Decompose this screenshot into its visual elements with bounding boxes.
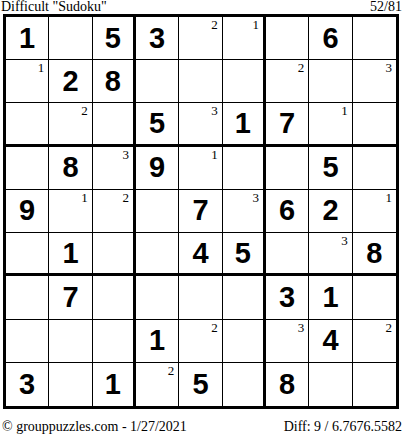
cell-r4c8[interactable]: 5: [309, 147, 352, 190]
given-digit: 5: [149, 109, 165, 138]
pencil-mark: 1: [252, 18, 259, 31]
pencil-mark: 1: [341, 104, 348, 117]
cell-r5c2[interactable]: 1: [49, 190, 92, 233]
sudoku-board: 1532161282325317183915912736211453873112…: [3, 14, 399, 409]
cell-r2c5[interactable]: [179, 60, 222, 103]
cell-r1c1[interactable]: 1: [6, 17, 49, 60]
cell-r1c7[interactable]: [266, 17, 309, 60]
cell-r6c7[interactable]: [266, 233, 309, 276]
cell-r3c9[interactable]: [353, 103, 396, 146]
given-digit: 1: [149, 326, 165, 355]
given-digit: 5: [105, 24, 121, 53]
cell-r1c6[interactable]: 1: [223, 17, 266, 60]
cell-r3c1[interactable]: [6, 103, 49, 146]
puzzle-title: Difficult "Sudoku": [1, 0, 107, 13]
cell-r5c3[interactable]: 2: [93, 190, 136, 233]
given-digit: 2: [322, 196, 338, 225]
cell-r2c8[interactable]: [309, 60, 352, 103]
cell-r8c1[interactable]: [6, 320, 49, 363]
copyright-text: © grouppuzzles.com - 1/27/2021: [2, 419, 187, 434]
cell-r6c5[interactable]: 4: [179, 233, 222, 276]
cell-r1c5[interactable]: 2: [179, 17, 222, 60]
cell-r7c6[interactable]: [223, 276, 266, 319]
given-digit: 5: [235, 239, 251, 268]
pencil-mark: 3: [385, 61, 392, 74]
cell-r7c1[interactable]: [6, 276, 49, 319]
cell-r9c3[interactable]: 1: [93, 363, 136, 406]
pencil-mark: 1: [385, 191, 392, 204]
cell-r6c3[interactable]: [93, 233, 136, 276]
given-digit: 1: [322, 283, 338, 312]
cell-r9c4[interactable]: 2: [136, 363, 179, 406]
given-digit: 6: [322, 24, 338, 53]
cell-r6c9[interactable]: 8: [353, 233, 396, 276]
cell-r5c1[interactable]: 9: [6, 190, 49, 233]
sudoku-page: Difficult "Sudoku" 52/81 153216128232531…: [0, 0, 403, 437]
pencil-mark: 1: [38, 61, 45, 74]
cell-r1c8[interactable]: 6: [309, 17, 352, 60]
given-digit: 1: [235, 109, 251, 138]
cell-r7c3[interactable]: [93, 276, 136, 319]
cell-r2c3[interactable]: 8: [93, 60, 136, 103]
given-digit: 7: [62, 283, 78, 312]
given-digit: 1: [62, 239, 78, 268]
cell-r8c4[interactable]: 1: [136, 320, 179, 363]
given-digit: 8: [279, 370, 295, 399]
given-digit: 1: [19, 24, 35, 53]
cell-r1c3[interactable]: 5: [93, 17, 136, 60]
given-digit: 3: [279, 283, 295, 312]
given-digit: 9: [19, 196, 35, 225]
cell-r7c9[interactable]: [353, 276, 396, 319]
cell-r1c4[interactable]: 3: [136, 17, 179, 60]
cell-r2c6[interactable]: [223, 60, 266, 103]
cell-r3c2[interactable]: 2: [49, 103, 92, 146]
cell-r7c7[interactable]: 3: [266, 276, 309, 319]
cell-r7c4[interactable]: [136, 276, 179, 319]
cell-r6c2[interactable]: 1: [49, 233, 92, 276]
given-digit: 8: [62, 153, 78, 182]
given-digit: 5: [322, 153, 338, 182]
difficulty-text: Diff: 9 / 6.7676.5582: [284, 419, 402, 434]
cell-r9c9[interactable]: [353, 363, 396, 406]
pencil-mark: 2: [211, 321, 218, 334]
given-digit: 9: [149, 153, 165, 182]
given-digit: 8: [105, 67, 121, 96]
pencil-mark: 3: [341, 234, 348, 247]
pencil-mark: 2: [81, 104, 88, 117]
footer: © grouppuzzles.com - 1/27/2021 Diff: 9 /…: [0, 419, 403, 434]
cell-r6c1[interactable]: [6, 233, 49, 276]
cell-r9c1[interactable]: 3: [6, 363, 49, 406]
cell-r4c5[interactable]: 1: [179, 147, 222, 190]
cell-r8c2[interactable]: [49, 320, 92, 363]
cell-r8c9[interactable]: 2: [353, 320, 396, 363]
cell-r8c5[interactable]: 2: [179, 320, 222, 363]
cell-r4c4[interactable]: 9: [136, 147, 179, 190]
pencil-mark: 2: [211, 18, 218, 31]
cell-r2c2[interactable]: 2: [49, 60, 92, 103]
pencil-mark: 3: [211, 104, 218, 117]
cell-r8c3[interactable]: [93, 320, 136, 363]
cell-r5c8[interactable]: 2: [309, 190, 352, 233]
given-digit: 6: [279, 196, 295, 225]
cell-r3c3[interactable]: [93, 103, 136, 146]
cell-r7c2[interactable]: 7: [49, 276, 92, 319]
cell-r6c4[interactable]: [136, 233, 179, 276]
cell-r3c4[interactable]: 5: [136, 103, 179, 146]
cell-r3c6[interactable]: 1: [223, 103, 266, 146]
cell-r6c8[interactable]: 3: [309, 233, 352, 276]
cell-r4c7[interactable]: [266, 147, 309, 190]
cell-r5c6[interactable]: 3: [223, 190, 266, 233]
cell-r9c8[interactable]: [309, 363, 352, 406]
given-digit: 7: [279, 109, 295, 138]
given-digit: 1: [105, 370, 121, 399]
cell-r9c6[interactable]: [223, 363, 266, 406]
pencil-mark: 3: [298, 321, 305, 334]
given-digit: 7: [192, 196, 208, 225]
cell-r8c6[interactable]: [223, 320, 266, 363]
cell-r9c5[interactable]: 5: [179, 363, 222, 406]
progress-counter: 52/81: [370, 0, 402, 13]
cell-r5c4[interactable]: [136, 190, 179, 233]
cell-r3c5[interactable]: 3: [179, 103, 222, 146]
cell-r8c7[interactable]: 3: [266, 320, 309, 363]
given-digit: 2: [62, 67, 78, 96]
cell-r1c9[interactable]: [353, 17, 396, 60]
cell-r9c7[interactable]: 8: [266, 363, 309, 406]
pencil-mark: 2: [385, 321, 392, 334]
pencil-mark: 3: [252, 191, 259, 204]
cell-r3c7[interactable]: 7: [266, 103, 309, 146]
pencil-mark: 2: [168, 364, 175, 377]
pencil-mark: 1: [81, 191, 88, 204]
cell-r2c9[interactable]: 3: [353, 60, 396, 103]
cell-r4c9[interactable]: [353, 147, 396, 190]
cell-r5c7[interactable]: 6: [266, 190, 309, 233]
cell-r4c2[interactable]: 8: [49, 147, 92, 190]
cell-r2c4[interactable]: [136, 60, 179, 103]
given-digit: 3: [19, 370, 35, 399]
pencil-mark: 1: [211, 148, 218, 161]
cell-r6c6[interactable]: 5: [223, 233, 266, 276]
cell-r4c1[interactable]: [6, 147, 49, 190]
pencil-mark: 2: [122, 191, 129, 204]
cell-r7c5[interactable]: [179, 276, 222, 319]
cell-r8c8[interactable]: 4: [309, 320, 352, 363]
pencil-mark: 2: [298, 61, 305, 74]
pencil-mark: 3: [122, 148, 129, 161]
given-digit: 4: [192, 239, 208, 268]
cell-r5c5[interactable]: 7: [179, 190, 222, 233]
cell-r4c3[interactable]: 3: [93, 147, 136, 190]
given-digit: 4: [322, 326, 338, 355]
cell-r3c8[interactable]: 1: [309, 103, 352, 146]
cell-r4c6[interactable]: [223, 147, 266, 190]
given-digit: 5: [192, 370, 208, 399]
given-digit: 3: [149, 24, 165, 53]
cell-r7c8[interactable]: 1: [309, 276, 352, 319]
given-digit: 8: [366, 239, 382, 268]
cell-r9c2[interactable]: [49, 363, 92, 406]
cell-r5c9[interactable]: 1: [353, 190, 396, 233]
cell-r2c1[interactable]: 1: [6, 60, 49, 103]
header: Difficult "Sudoku" 52/81: [0, 0, 403, 14]
cell-r2c7[interactable]: 2: [266, 60, 309, 103]
cell-r1c2[interactable]: [49, 17, 92, 60]
